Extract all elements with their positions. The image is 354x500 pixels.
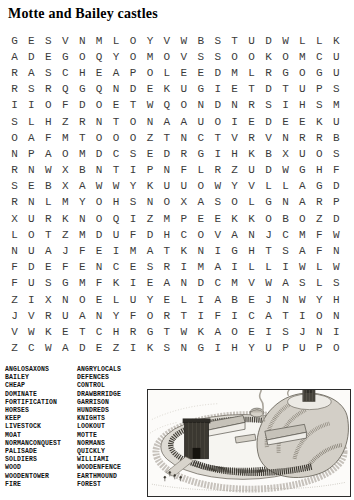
grid-cell: W bbox=[40, 163, 57, 179]
grid-cell: R bbox=[311, 130, 328, 146]
grid-cell: O bbox=[142, 308, 159, 324]
grid-cell: S bbox=[311, 98, 328, 114]
grid-cell: L bbox=[6, 227, 23, 243]
grid-cell: A bbox=[57, 341, 74, 357]
grid-cell: P bbox=[175, 211, 192, 227]
grid-cell: N bbox=[57, 292, 74, 308]
word-list-item: HORSES bbox=[5, 407, 61, 415]
grid-cell: E bbox=[91, 243, 108, 259]
grid-cell: I bbox=[277, 98, 294, 114]
word-list-item: LIVESTOCK bbox=[5, 423, 61, 431]
grid-cell: D bbox=[209, 65, 226, 81]
grid-cell: N bbox=[328, 308, 345, 324]
grid-cell: A bbox=[108, 65, 125, 81]
grid-cell: H bbox=[108, 324, 125, 340]
grid-cell: D bbox=[260, 33, 277, 49]
grid-cell: Y bbox=[108, 49, 125, 65]
grid-cell: H bbox=[158, 227, 175, 243]
grid-cell: A bbox=[192, 195, 209, 211]
grid-cell: E bbox=[142, 82, 159, 98]
grid-cell: S bbox=[294, 276, 311, 292]
grid-cell: O bbox=[294, 65, 311, 81]
grid-cell: D bbox=[23, 260, 40, 276]
grid-cell: L bbox=[108, 292, 125, 308]
page-title: Motte and Bailey castles bbox=[8, 6, 158, 22]
grid-cell: M bbox=[74, 227, 91, 243]
grid-cell: G bbox=[74, 82, 91, 98]
grid-cell: M bbox=[192, 260, 209, 276]
grid-cell: W bbox=[23, 324, 40, 340]
grid-cell: C bbox=[175, 227, 192, 243]
grid-cell: L bbox=[311, 260, 328, 276]
grid-cell: L bbox=[158, 65, 175, 81]
grid-cell: M bbox=[57, 195, 74, 211]
grid-cell: F bbox=[6, 276, 23, 292]
grid-cell: S bbox=[328, 276, 345, 292]
grid-cell: M bbox=[294, 49, 311, 65]
grid-cell: H bbox=[328, 292, 345, 308]
grid-cell: W bbox=[108, 179, 125, 195]
grid-cell: U bbox=[328, 114, 345, 130]
grid-cell: X bbox=[57, 179, 74, 195]
grid-cell: B bbox=[40, 179, 57, 195]
grid-cell: T bbox=[277, 308, 294, 324]
grid-cell: N bbox=[277, 130, 294, 146]
grid-cell: O bbox=[57, 146, 74, 162]
grid-cell: Q bbox=[158, 98, 175, 114]
grid-cell: P bbox=[125, 65, 142, 81]
grid-cell: G bbox=[192, 82, 209, 98]
grid-cell: T bbox=[108, 163, 125, 179]
grid-cell: S bbox=[277, 324, 294, 340]
grid-cell: F bbox=[6, 260, 23, 276]
grid-cell: L bbox=[243, 195, 260, 211]
grid-cell: R bbox=[311, 195, 328, 211]
grid-cell: O bbox=[158, 49, 175, 65]
grid-cell: T bbox=[74, 130, 91, 146]
grid-cell: W bbox=[40, 341, 57, 357]
grid-cell: A bbox=[209, 324, 226, 340]
grid-cell: N bbox=[192, 98, 209, 114]
grid-cell: W bbox=[277, 163, 294, 179]
grid-cell: U bbox=[243, 163, 260, 179]
grid-cell: I bbox=[125, 341, 142, 357]
grid-cell: E bbox=[91, 65, 108, 81]
grid-cell: T bbox=[243, 82, 260, 98]
grid-cell: C bbox=[57, 65, 74, 81]
grid-cell: E bbox=[243, 114, 260, 130]
grid-cell: R bbox=[74, 114, 91, 130]
grid-cell: M bbox=[74, 276, 91, 292]
grid-cell: A bbox=[23, 65, 40, 81]
grid-cell: N bbox=[328, 243, 345, 259]
grid-cell: S bbox=[40, 65, 57, 81]
grid-cell: N bbox=[91, 260, 108, 276]
grid-cell: J bbox=[57, 243, 74, 259]
grid-cell: B bbox=[328, 130, 345, 146]
grid-cell: C bbox=[243, 308, 260, 324]
grid-cell: I bbox=[23, 292, 40, 308]
grid-cell: K bbox=[158, 82, 175, 98]
grid-cell: N bbox=[142, 114, 159, 130]
grid-cell: T bbox=[125, 98, 142, 114]
grid-cell: A bbox=[40, 243, 57, 259]
grid-cell: N bbox=[175, 276, 192, 292]
grid-cell: S bbox=[142, 260, 159, 276]
grid-cell: O bbox=[243, 49, 260, 65]
grid-cell: B bbox=[260, 146, 277, 162]
word-list-item: WILLIAMI bbox=[77, 456, 121, 464]
grid-cell: O bbox=[91, 98, 108, 114]
grid-cell: F bbox=[311, 227, 328, 243]
grid-cell: A bbox=[226, 227, 243, 243]
grid-cell: A bbox=[294, 179, 311, 195]
grid-cell: L bbox=[40, 195, 57, 211]
word-list-item: EARTHMOUND bbox=[77, 473, 121, 481]
grid-cell: D bbox=[260, 82, 277, 98]
grid-cell: L bbox=[277, 179, 294, 195]
grid-cell: N bbox=[158, 163, 175, 179]
grid-cell: H bbox=[226, 146, 243, 162]
grid-cell: A bbox=[74, 179, 91, 195]
grid-cell: H bbox=[243, 243, 260, 259]
grid-cell: K bbox=[243, 211, 260, 227]
grid-cell: L bbox=[311, 33, 328, 49]
grid-cell: N bbox=[91, 163, 108, 179]
grid-cell: V bbox=[243, 179, 260, 195]
grid-cell: E bbox=[23, 33, 40, 49]
grid-cell: Q bbox=[91, 49, 108, 65]
grid-cell: H bbox=[108, 195, 125, 211]
grid-cell: V bbox=[57, 33, 74, 49]
grid-cell: G bbox=[311, 65, 328, 81]
grid-cell: N bbox=[6, 146, 23, 162]
grid-cell: R bbox=[6, 195, 23, 211]
grid-cell: E bbox=[192, 65, 209, 81]
word-list-item: FORTIFICATION bbox=[5, 399, 61, 407]
grid-cell: D bbox=[209, 98, 226, 114]
illustration-frame bbox=[147, 389, 351, 497]
grid-cell: B bbox=[74, 163, 91, 179]
grid-cell: O bbox=[125, 114, 142, 130]
grid-cell: Z bbox=[142, 130, 159, 146]
word-list-item: DEFENCES bbox=[77, 374, 121, 382]
grid-cell: R bbox=[243, 130, 260, 146]
grid-cell: D bbox=[74, 341, 91, 357]
grid-cell: V bbox=[260, 130, 277, 146]
grid-cell: T bbox=[158, 130, 175, 146]
grid-cell: O bbox=[91, 211, 108, 227]
grid-cell: E bbox=[91, 292, 108, 308]
grid-cell: O bbox=[23, 227, 40, 243]
grid-cell: E bbox=[294, 114, 311, 130]
word-list-item: DOMINATE bbox=[5, 391, 61, 399]
grid-cell: U bbox=[23, 211, 40, 227]
grid-cell: O bbox=[192, 227, 209, 243]
grid-cell: F bbox=[57, 98, 74, 114]
grid-cell: S bbox=[209, 195, 226, 211]
grid-cell: Z bbox=[226, 163, 243, 179]
grid-cell: E bbox=[142, 146, 159, 162]
grid-cell: R bbox=[40, 308, 57, 324]
grid-cell: O bbox=[142, 65, 159, 81]
grid-cell: D bbox=[328, 179, 345, 195]
grid-cell: M bbox=[142, 49, 159, 65]
grid-cell: G bbox=[57, 49, 74, 65]
grid-cell: Z bbox=[6, 292, 23, 308]
grid-cell: L bbox=[192, 163, 209, 179]
grid-cell: R bbox=[175, 146, 192, 162]
grid-cell: N bbox=[243, 227, 260, 243]
grid-cell: I bbox=[328, 324, 345, 340]
grid-cell: X bbox=[277, 146, 294, 162]
word-list-item: KEEP bbox=[5, 415, 61, 423]
grid-cell: U bbox=[175, 82, 192, 98]
grid-cell: S bbox=[209, 49, 226, 65]
grid-cell: C bbox=[91, 324, 108, 340]
grid-cell: N bbox=[192, 243, 209, 259]
grid-cell: U bbox=[294, 82, 311, 98]
grid-cell: P bbox=[311, 82, 328, 98]
grid-cell: N bbox=[23, 163, 40, 179]
grid-cell: K bbox=[175, 243, 192, 259]
grid-cell: A bbox=[294, 195, 311, 211]
grid-cell: O bbox=[226, 195, 243, 211]
grid-cell: F bbox=[125, 227, 142, 243]
grid-cell: N bbox=[311, 324, 328, 340]
grid-cell: S bbox=[158, 341, 175, 357]
grid-cell: E bbox=[74, 260, 91, 276]
grid-cell: O bbox=[209, 114, 226, 130]
grid-cell: V bbox=[243, 276, 260, 292]
grid-cell: M bbox=[226, 276, 243, 292]
grid-cell: Y bbox=[74, 195, 91, 211]
grid-cell: K bbox=[108, 276, 125, 292]
grid-cell: I bbox=[226, 260, 243, 276]
word-list-item: NORMANS bbox=[77, 440, 121, 448]
grid-cell: C bbox=[23, 341, 40, 357]
grid-cell: Q bbox=[108, 211, 125, 227]
grid-cell: V bbox=[23, 308, 40, 324]
grid-cell: O bbox=[294, 211, 311, 227]
grid-cell: I bbox=[125, 276, 142, 292]
grid-cell: F bbox=[125, 308, 142, 324]
grid-cell: O bbox=[226, 49, 243, 65]
grid-cell: S bbox=[328, 146, 345, 162]
grid-cell: E bbox=[226, 82, 243, 98]
word-list-item: SOLDIERS bbox=[5, 456, 61, 464]
grid-cell: M bbox=[226, 65, 243, 81]
grid-cell: F bbox=[91, 276, 108, 292]
grid-cell: K bbox=[192, 324, 209, 340]
grid-cell: W bbox=[294, 292, 311, 308]
grid-cell: J bbox=[6, 308, 23, 324]
grid-cell: S bbox=[277, 243, 294, 259]
word-list-item: MOTTE bbox=[77, 432, 121, 440]
grid-cell: K bbox=[40, 324, 57, 340]
grid-cell: V bbox=[209, 227, 226, 243]
grid-cell: D bbox=[192, 276, 209, 292]
grid-cell: I bbox=[23, 98, 40, 114]
grid-cell: M bbox=[328, 98, 345, 114]
grid-cell: E bbox=[40, 49, 57, 65]
grid-cell: Z bbox=[6, 341, 23, 357]
grid-cell: C bbox=[192, 130, 209, 146]
castle-illustration bbox=[148, 390, 350, 496]
grid-cell: C bbox=[108, 146, 125, 162]
grid-cell: H bbox=[311, 163, 328, 179]
grid-cell: N bbox=[277, 195, 294, 211]
grid-cell: F bbox=[209, 308, 226, 324]
grid-cell: M bbox=[74, 146, 91, 162]
grid-cell: Y bbox=[142, 292, 159, 308]
word-list-item: PALISADE bbox=[5, 448, 61, 456]
grid-cell: E bbox=[142, 276, 159, 292]
grid-cell: E bbox=[91, 341, 108, 357]
grid-cell: K bbox=[328, 33, 345, 49]
grid-cell: D bbox=[260, 163, 277, 179]
grid-cell: X bbox=[40, 292, 57, 308]
grid-cell: I bbox=[192, 292, 209, 308]
grid-cell: Y bbox=[243, 341, 260, 357]
grid-cell: M bbox=[158, 211, 175, 227]
grid-cell: V bbox=[226, 130, 243, 146]
grid-cell: C bbox=[209, 276, 226, 292]
grid-cell: W bbox=[294, 260, 311, 276]
grid-cell: T bbox=[277, 82, 294, 98]
grid-cell: N bbox=[175, 130, 192, 146]
grid-cell: O bbox=[74, 292, 91, 308]
grid-cell: O bbox=[40, 98, 57, 114]
grid-cell: H bbox=[40, 114, 57, 130]
word-list-item: QUICKLY bbox=[77, 448, 121, 456]
grid-cell: X bbox=[175, 195, 192, 211]
grid-cell: M bbox=[57, 130, 74, 146]
grid-cell: I bbox=[277, 260, 294, 276]
grid-cell: E bbox=[23, 179, 40, 195]
grid-cell: H bbox=[226, 341, 243, 357]
grid-cell: F bbox=[175, 163, 192, 179]
grid-cell: T bbox=[175, 308, 192, 324]
grid-cell: J bbox=[294, 324, 311, 340]
grid-cell: C bbox=[277, 227, 294, 243]
grid-cell: O bbox=[125, 33, 142, 49]
grid-cell: I bbox=[209, 82, 226, 98]
grid-cell: O bbox=[260, 211, 277, 227]
grid-cell: W bbox=[277, 33, 294, 49]
grid-cell: U bbox=[328, 49, 345, 65]
grid-cell: K bbox=[260, 49, 277, 65]
word-list-item: HUNDREDS bbox=[77, 407, 121, 415]
grid-cell: Z bbox=[108, 341, 125, 357]
grid-cell: Z bbox=[57, 114, 74, 130]
grid-cell: R bbox=[158, 308, 175, 324]
grid-cell: D bbox=[260, 114, 277, 130]
grid-cell: L bbox=[175, 292, 192, 308]
word-list-item: CONTROL bbox=[77, 382, 121, 390]
grid-cell: S bbox=[328, 82, 345, 98]
grid-cell: Y bbox=[311, 292, 328, 308]
grid-cell: G bbox=[277, 65, 294, 81]
grid-cell: T bbox=[40, 227, 57, 243]
grid-cell: S bbox=[125, 146, 142, 162]
grid-cell: K bbox=[57, 211, 74, 227]
grid-cell: A bbox=[158, 276, 175, 292]
grid-cell: C bbox=[108, 260, 125, 276]
grid-cell: W bbox=[175, 324, 192, 340]
grid-cell: I bbox=[6, 98, 23, 114]
grid-cell: O bbox=[6, 130, 23, 146]
grid-cell: N bbox=[91, 308, 108, 324]
grid-cell: N bbox=[277, 292, 294, 308]
grid-cell: T bbox=[74, 324, 91, 340]
grid-cell: C bbox=[311, 49, 328, 65]
grid-cell: S bbox=[40, 276, 57, 292]
grid-cell: O bbox=[158, 195, 175, 211]
grid-cell: U bbox=[294, 341, 311, 357]
grid-cell: Q bbox=[91, 82, 108, 98]
grid-cell: G bbox=[311, 179, 328, 195]
grid-cell: W bbox=[328, 227, 345, 243]
grid-cell: E bbox=[158, 292, 175, 308]
grid-cell: N bbox=[142, 195, 159, 211]
grid-cell: I bbox=[175, 260, 192, 276]
grid-cell: R bbox=[243, 98, 260, 114]
word-list-right: ANGRYLOCALSDEFENCESCONTROLDRAWBRRIDGEGAR… bbox=[77, 366, 121, 489]
grid-cell: A bbox=[158, 114, 175, 130]
grid-cell: S bbox=[23, 82, 40, 98]
grid-cell: O bbox=[125, 49, 142, 65]
grid-cell: X bbox=[6, 211, 23, 227]
grid-cell: W bbox=[142, 98, 159, 114]
grid-cell: I bbox=[209, 243, 226, 259]
grid-cell: F bbox=[328, 163, 345, 179]
grid-cell: A bbox=[209, 260, 226, 276]
grid-cell: I bbox=[192, 308, 209, 324]
grid-cell: E bbox=[243, 324, 260, 340]
grid-cell: R bbox=[209, 163, 226, 179]
grid-cell: G bbox=[260, 195, 277, 211]
word-list-item: GARRISON bbox=[77, 399, 121, 407]
grid-cell: M bbox=[125, 243, 142, 259]
grid-cell: U bbox=[158, 179, 175, 195]
grid-cell: O bbox=[226, 324, 243, 340]
grid-cell: M bbox=[294, 227, 311, 243]
grid-cell: I bbox=[125, 163, 142, 179]
grid-cell: R bbox=[40, 211, 57, 227]
grid-cell: Y bbox=[226, 179, 243, 195]
grid-cell: K bbox=[142, 341, 159, 357]
grid-cell: Z bbox=[142, 211, 159, 227]
grid-cell: U bbox=[294, 146, 311, 162]
grid-cell: G bbox=[142, 324, 159, 340]
grid-cell: U bbox=[192, 114, 209, 130]
grid-cell: K bbox=[142, 179, 159, 195]
grid-cell: X bbox=[57, 163, 74, 179]
grid-cell: L bbox=[260, 179, 277, 195]
grid-cell: R bbox=[40, 82, 57, 98]
grid-cell: R bbox=[158, 260, 175, 276]
grid-cell: R bbox=[6, 163, 23, 179]
grid-cell: R bbox=[6, 82, 23, 98]
grid-cell: D bbox=[23, 49, 40, 65]
grid-cell: O bbox=[91, 195, 108, 211]
grid-cell: U bbox=[23, 243, 40, 259]
grid-cell: K bbox=[311, 114, 328, 130]
grid-cell: R bbox=[6, 65, 23, 81]
grid-cell: T bbox=[108, 114, 125, 130]
grid-cell: A bbox=[6, 49, 23, 65]
